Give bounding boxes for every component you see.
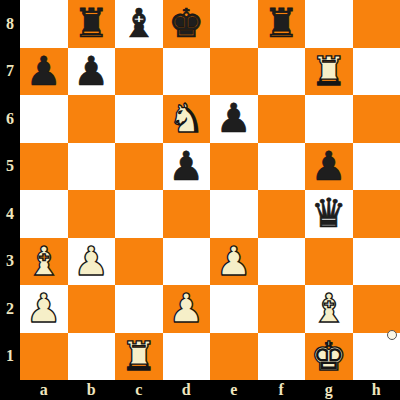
square-b2[interactable] — [68, 285, 116, 333]
square-h8[interactable] — [353, 0, 400, 48]
square-f5[interactable] — [258, 143, 306, 191]
square-b6[interactable] — [68, 95, 116, 143]
piece-white-pawn-b3[interactable]: ♟ — [73, 238, 109, 286]
square-h2[interactable] — [353, 285, 400, 333]
square-h6[interactable] — [353, 95, 400, 143]
piece-black-pawn-b7[interactable]: ♟ — [73, 48, 109, 96]
file-label-g: g — [305, 380, 353, 400]
piece-white-pawn-d2[interactable]: ♟ — [168, 285, 204, 333]
piece-white-pawn-a2[interactable]: ♟ — [26, 285, 62, 333]
square-h5[interactable] — [353, 143, 400, 191]
square-c2[interactable] — [115, 285, 163, 333]
rank-label-2: 2 — [0, 285, 20, 333]
square-h4[interactable] — [353, 190, 400, 238]
square-e1[interactable] — [210, 333, 258, 381]
square-b4[interactable] — [68, 190, 116, 238]
square-b5[interactable] — [68, 143, 116, 191]
square-d6[interactable]: ♞ — [163, 95, 211, 143]
square-d4[interactable] — [163, 190, 211, 238]
square-d3[interactable] — [163, 238, 211, 286]
square-f2[interactable] — [258, 285, 306, 333]
square-c4[interactable] — [115, 190, 163, 238]
rank-label-3: 3 — [0, 238, 20, 286]
square-f7[interactable] — [258, 48, 306, 96]
square-e5[interactable] — [210, 143, 258, 191]
rank-labels: 87654321 — [0, 0, 20, 380]
piece-black-rook-b8[interactable]: ♜ — [73, 0, 109, 48]
piece-white-rook-c1[interactable]: ♜ — [121, 333, 157, 381]
file-label-f: f — [258, 380, 306, 400]
file-label-e: e — [210, 380, 258, 400]
square-c3[interactable] — [115, 238, 163, 286]
square-c8[interactable]: ♝ — [115, 0, 163, 48]
square-g4[interactable]: ♛ — [305, 190, 353, 238]
square-e3[interactable]: ♟ — [210, 238, 258, 286]
piece-white-king-g1[interactable]: ♚ — [311, 333, 347, 381]
piece-black-rook-f8[interactable]: ♜ — [263, 0, 299, 48]
square-a3[interactable]: ♝ — [20, 238, 68, 286]
piece-white-rook-g7[interactable]: ♜ — [311, 48, 347, 96]
piece-black-pawn-d5[interactable]: ♟ — [168, 143, 204, 191]
square-e8[interactable] — [210, 0, 258, 48]
square-a4[interactable] — [20, 190, 68, 238]
square-e6[interactable]: ♟ — [210, 95, 258, 143]
square-a8[interactable] — [20, 0, 68, 48]
square-d8[interactable]: ♚ — [163, 0, 211, 48]
file-labels: abcdefgh — [20, 380, 400, 400]
rank-label-4: 4 — [0, 190, 20, 238]
square-f8[interactable]: ♜ — [258, 0, 306, 48]
square-g7[interactable]: ♜ — [305, 48, 353, 96]
square-c5[interactable] — [115, 143, 163, 191]
square-e4[interactable] — [210, 190, 258, 238]
piece-white-bishop-a3[interactable]: ♝ — [26, 238, 62, 286]
square-b3[interactable]: ♟ — [68, 238, 116, 286]
rank-label-6: 6 — [0, 95, 20, 143]
square-e2[interactable] — [210, 285, 258, 333]
square-g1[interactable]: ♚ — [305, 333, 353, 381]
file-label-h: h — [353, 380, 400, 400]
square-d7[interactable] — [163, 48, 211, 96]
piece-black-bishop-c8[interactable]: ♝ — [121, 0, 157, 48]
square-a5[interactable] — [20, 143, 68, 191]
piece-black-pawn-a7[interactable]: ♟ — [26, 48, 62, 96]
chess-board: ♜♝♚♜♟♟♜♞♟♟♟♛♝♟♟♟♟♝♜♚ — [20, 0, 400, 380]
piece-white-pawn-e3[interactable]: ♟ — [216, 238, 252, 286]
square-b1[interactable] — [68, 333, 116, 381]
square-c6[interactable] — [115, 95, 163, 143]
square-b8[interactable]: ♜ — [68, 0, 116, 48]
square-g2[interactable]: ♝ — [305, 285, 353, 333]
square-h7[interactable] — [353, 48, 400, 96]
piece-black-pawn-e6[interactable]: ♟ — [216, 95, 252, 143]
rank-label-5: 5 — [0, 143, 20, 191]
square-d2[interactable]: ♟ — [163, 285, 211, 333]
square-f3[interactable] — [258, 238, 306, 286]
square-g8[interactable] — [305, 0, 353, 48]
rank-label-1: 1 — [0, 333, 20, 381]
piece-black-king-d8[interactable]: ♚ — [168, 0, 204, 48]
rank-label-8: 8 — [0, 0, 20, 48]
square-a6[interactable] — [20, 95, 68, 143]
file-label-d: d — [163, 380, 211, 400]
square-f1[interactable] — [258, 333, 306, 381]
file-label-a: a — [20, 380, 68, 400]
chess-diagram: 87654321 ♜♝♚♜♟♟♜♞♟♟♟♛♝♟♟♟♟♝♜♚ abcdefgh — [0, 0, 400, 400]
square-c1[interactable]: ♜ — [115, 333, 163, 381]
square-f4[interactable] — [258, 190, 306, 238]
piece-black-queen-g4[interactable]: ♛ — [311, 190, 347, 238]
square-a2[interactable]: ♟ — [20, 285, 68, 333]
square-c7[interactable] — [115, 48, 163, 96]
square-e7[interactable] — [210, 48, 258, 96]
side-indicator-dot — [387, 330, 397, 340]
square-g5[interactable]: ♟ — [305, 143, 353, 191]
file-label-b: b — [68, 380, 116, 400]
file-label-c: c — [115, 380, 163, 400]
square-a7[interactable]: ♟ — [20, 48, 68, 96]
square-a1[interactable] — [20, 333, 68, 381]
square-b7[interactable]: ♟ — [68, 48, 116, 96]
piece-black-pawn-g5[interactable]: ♟ — [311, 143, 347, 191]
square-d1[interactable] — [163, 333, 211, 381]
rank-label-7: 7 — [0, 48, 20, 96]
square-g6[interactable] — [305, 95, 353, 143]
square-h3[interactable] — [353, 238, 400, 286]
piece-white-bishop-g2[interactable]: ♝ — [311, 285, 347, 333]
square-f6[interactable] — [258, 95, 306, 143]
square-d5[interactable]: ♟ — [163, 143, 211, 191]
piece-white-knight-d6[interactable]: ♞ — [168, 95, 204, 143]
square-g3[interactable] — [305, 238, 353, 286]
